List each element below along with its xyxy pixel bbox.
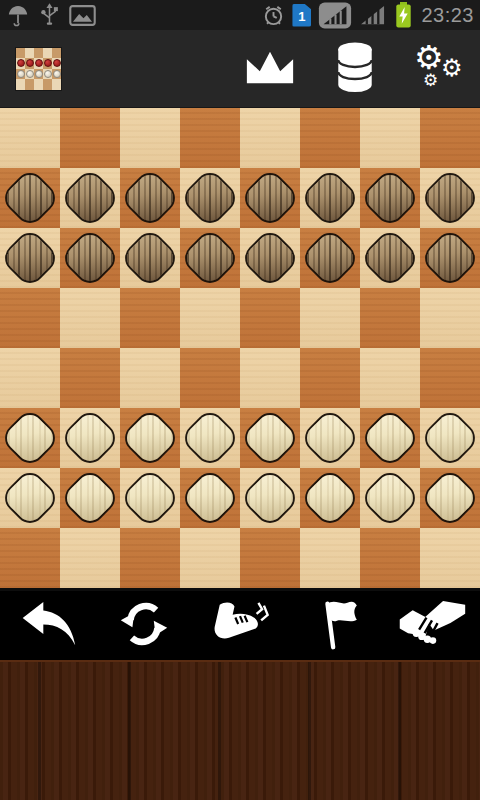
piece-wood-texture (362, 410, 419, 467)
board-cell[interactable] (360, 288, 420, 348)
board-cell[interactable] (180, 348, 240, 408)
app-launcher-icon (16, 48, 61, 90)
flip-board-button[interactable] (96, 591, 192, 660)
app-icon-cell (43, 69, 52, 80)
piece-light[interactable] (62, 470, 119, 527)
status-bar-clock: 23:23 (421, 4, 474, 27)
piece-dark[interactable] (422, 230, 479, 287)
board-cell[interactable] (120, 288, 180, 348)
app-icon-white-piece (26, 70, 34, 78)
database-icon (334, 41, 376, 96)
piece-wood-texture (362, 170, 419, 227)
piece-dark[interactable] (422, 170, 479, 227)
board-cell[interactable] (240, 288, 300, 348)
piece-wood-texture (362, 230, 419, 287)
piece-light[interactable] (362, 410, 419, 467)
app-icon-cell (43, 58, 52, 69)
app-icon-cell (52, 79, 61, 90)
app-icon-red-piece (35, 59, 43, 67)
board-cell[interactable] (300, 288, 360, 348)
piece-wood-texture (122, 470, 179, 527)
board-cell[interactable] (180, 408, 240, 468)
board-cell[interactable] (360, 108, 420, 168)
piece-wood-texture (422, 470, 479, 527)
board-cell[interactable] (180, 528, 240, 588)
piece-wood-texture (242, 170, 299, 227)
refresh-cycle-icon (118, 598, 170, 653)
piece-light[interactable] (422, 470, 479, 527)
app-icon-cell (16, 69, 25, 80)
board-cell[interactable] (420, 228, 480, 288)
board-cell[interactable] (240, 168, 300, 228)
board-cell[interactable] (360, 528, 420, 588)
piece-light[interactable] (242, 470, 299, 527)
board-cell[interactable] (240, 348, 300, 408)
board-cell[interactable] (360, 228, 420, 288)
board-cell[interactable] (120, 348, 180, 408)
board-cell[interactable] (60, 408, 120, 468)
board-cell[interactable] (420, 528, 480, 588)
undo-arrow-icon (18, 600, 78, 652)
board-cell[interactable] (120, 468, 180, 528)
piece-light[interactable] (362, 470, 419, 527)
app-icon-cell (43, 79, 52, 90)
board-cell[interactable] (240, 468, 300, 528)
piece-wood-texture (182, 230, 239, 287)
crown-icon (244, 49, 296, 89)
piece-wood-texture (242, 410, 299, 467)
piece-wood-texture (302, 170, 359, 227)
board-cell[interactable] (0, 168, 60, 228)
piece-wood-texture (182, 170, 239, 227)
piece-light[interactable] (182, 410, 239, 467)
piece-dark[interactable] (2, 170, 59, 227)
piece-wood-texture (422, 230, 479, 287)
piece-wood-texture (2, 170, 59, 227)
board-cell[interactable] (300, 468, 360, 528)
app-icon-white-piece (53, 70, 61, 78)
piece-wood-texture (62, 410, 119, 467)
bottom-toolbar (0, 588, 480, 660)
kick-button[interactable] (192, 591, 288, 660)
app-icon-cell (25, 58, 34, 69)
app-icon-cell (34, 79, 43, 90)
board-cell[interactable] (420, 468, 480, 528)
board-cell[interactable] (0, 468, 60, 528)
board-cell[interactable] (360, 408, 420, 468)
piece-dark[interactable] (122, 170, 179, 227)
piece-light[interactable] (122, 410, 179, 467)
piece-light[interactable] (2, 410, 59, 467)
board-cell[interactable] (360, 168, 420, 228)
piece-dark[interactable] (302, 230, 359, 287)
board-cell[interactable] (0, 408, 60, 468)
piece-light[interactable] (62, 410, 119, 467)
app-icon-red-piece (44, 59, 52, 67)
board-cell[interactable] (180, 468, 240, 528)
handshake-icon (397, 599, 467, 652)
board-cell[interactable] (420, 408, 480, 468)
piece-wood-texture (362, 470, 419, 527)
piece-light[interactable] (422, 410, 479, 467)
piece-light[interactable] (122, 470, 179, 527)
resign-button[interactable] (288, 591, 384, 660)
board-cell[interactable] (240, 108, 300, 168)
piece-light[interactable] (302, 410, 359, 467)
wood-background (0, 660, 480, 800)
piece-dark[interactable] (62, 230, 119, 287)
undo-button[interactable] (0, 591, 96, 660)
app-icon-cell (52, 69, 61, 80)
app-icon-cell (16, 79, 25, 90)
app-icon-red-piece (26, 59, 34, 67)
piece-wood-texture (182, 470, 239, 527)
board-cell[interactable] (420, 348, 480, 408)
board-cell[interactable] (420, 288, 480, 348)
piece-wood-texture (182, 410, 239, 467)
board-cell[interactable] (420, 108, 480, 168)
board-cell[interactable] (240, 408, 300, 468)
piece-wood-texture (62, 170, 119, 227)
app-icon-cell (16, 58, 25, 69)
board-cell[interactable] (0, 348, 60, 408)
board-cell[interactable] (60, 228, 120, 288)
piece-light[interactable] (2, 470, 59, 527)
piece-wood-texture (62, 470, 119, 527)
board-cell[interactable] (60, 468, 120, 528)
app-icon-red-piece (53, 59, 61, 67)
piece-dark[interactable] (62, 170, 119, 227)
action-bar-buttons: ⚙ ⚙ ⚙ (244, 41, 466, 96)
app-icon-white-piece (44, 70, 52, 78)
piece-light[interactable] (242, 410, 299, 467)
app-icon-cell (34, 69, 43, 80)
piece-wood-texture (302, 470, 359, 527)
board-cell[interactable] (120, 528, 180, 588)
piece-wood-texture (242, 470, 299, 527)
board-cell[interactable] (360, 348, 420, 408)
piece-light[interactable] (182, 470, 239, 527)
board-cell[interactable] (60, 528, 120, 588)
app-icon-cell (34, 58, 43, 69)
piece-wood-texture (422, 170, 479, 227)
board-cell[interactable] (60, 348, 120, 408)
gear-small-icon: ⚙ (423, 72, 438, 89)
action-bar: ⚙ ⚙ ⚙ (0, 30, 480, 108)
board-cell[interactable] (120, 168, 180, 228)
board-cell[interactable] (120, 408, 180, 468)
app-icon-cell (25, 69, 34, 80)
gallery-icon (69, 5, 96, 26)
alarm-clock-icon (262, 4, 285, 27)
board-cell[interactable] (60, 108, 120, 168)
umbrella-icon (6, 3, 30, 28)
board-cell[interactable] (300, 108, 360, 168)
piece-wood-texture (122, 170, 179, 227)
piece-light[interactable] (302, 470, 359, 527)
piece-wood-texture (422, 410, 479, 467)
board-cell[interactable] (300, 528, 360, 588)
piece-wood-texture (302, 230, 359, 287)
notification-badge: 1 (292, 4, 311, 27)
piece-wood-texture (242, 230, 299, 287)
app-icon-cell (43, 48, 52, 59)
cell-signal-boxed-icon (318, 2, 352, 29)
gear-large-icon: ⚙ (414, 41, 444, 74)
board-cell[interactable] (120, 108, 180, 168)
kicking-boot-icon (205, 599, 275, 652)
board-cell[interactable] (300, 168, 360, 228)
piece-dark[interactable] (362, 170, 419, 227)
board-cell[interactable] (0, 108, 60, 168)
battery-charging-icon (395, 2, 412, 28)
piece-wood-texture (302, 410, 359, 467)
cell-signal-bars-icon (359, 4, 388, 27)
piece-wood-texture (2, 470, 59, 527)
status-bar: 1 23:23 (0, 0, 480, 30)
piece-wood-texture (2, 230, 59, 287)
board-cell[interactable] (240, 528, 300, 588)
crown-button[interactable] (244, 49, 296, 89)
settings-button[interactable]: ⚙ ⚙ ⚙ (414, 45, 466, 93)
board-cell[interactable] (0, 288, 60, 348)
board-cell[interactable] (120, 228, 180, 288)
board-cell[interactable] (300, 408, 360, 468)
app-icon-cell (25, 48, 34, 59)
app-icon-cell (34, 48, 43, 59)
flag-icon (311, 598, 361, 654)
app-icon-cell (16, 48, 25, 59)
app-icon-red-piece (17, 59, 25, 67)
piece-wood-texture (2, 410, 59, 467)
board-cell[interactable] (240, 228, 300, 288)
app-icon-cell (52, 58, 61, 69)
board-cell[interactable] (300, 348, 360, 408)
board-cell[interactable] (300, 228, 360, 288)
board-cell[interactable] (360, 468, 420, 528)
gears-icon: ⚙ ⚙ ⚙ (414, 45, 466, 93)
gear-medium-icon: ⚙ (441, 56, 463, 80)
piece-wood-texture (62, 230, 119, 287)
board-cell[interactable] (180, 108, 240, 168)
database-button[interactable] (334, 41, 376, 96)
piece-dark[interactable] (182, 170, 239, 227)
board-cell[interactable] (180, 168, 240, 228)
piece-wood-texture (122, 410, 179, 467)
usb-icon (40, 3, 59, 28)
piece-dark[interactable] (362, 230, 419, 287)
piece-dark[interactable] (2, 230, 59, 287)
app-icon-white-piece (17, 70, 25, 78)
board-cell[interactable] (0, 228, 60, 288)
draw-offer-button[interactable] (384, 591, 480, 660)
status-bar-right: 1 23:23 (262, 2, 474, 29)
app-icon-cell (25, 79, 34, 90)
board-cell[interactable] (180, 288, 240, 348)
board-cell[interactable] (180, 228, 240, 288)
app-icon-cell (52, 48, 61, 59)
board-cell[interactable] (60, 288, 120, 348)
app-icon-white-piece (35, 70, 43, 78)
board-cell[interactable] (420, 168, 480, 228)
piece-dark[interactable] (122, 230, 179, 287)
piece-dark[interactable] (182, 230, 239, 287)
board-cell[interactable] (0, 528, 60, 588)
piece-dark[interactable] (242, 170, 299, 227)
board-cell[interactable] (60, 168, 120, 228)
piece-dark[interactable] (302, 170, 359, 227)
checkers-board (0, 108, 480, 588)
screen: 1 23:23 (0, 0, 480, 800)
piece-dark[interactable] (242, 230, 299, 287)
piece-wood-texture (122, 230, 179, 287)
status-bar-left (6, 3, 96, 28)
